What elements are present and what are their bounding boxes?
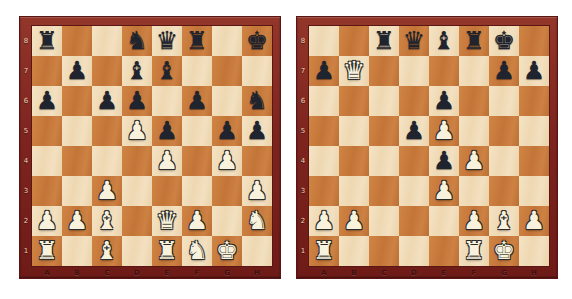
white-knight-f1: ♞ bbox=[182, 236, 212, 266]
black-king-h8: ♚ bbox=[242, 26, 272, 56]
square-c1: ♝ bbox=[92, 236, 122, 266]
black-pawn-d5: ♟ bbox=[399, 116, 429, 146]
square-d6: ♟ bbox=[122, 86, 152, 116]
left-board-file-labels: ABCDEFGH bbox=[32, 266, 272, 280]
square-b3 bbox=[339, 176, 369, 206]
square-c6 bbox=[369, 86, 399, 116]
file-label-a: A bbox=[32, 266, 62, 280]
square-h2: ♟ bbox=[519, 206, 549, 236]
square-f7 bbox=[459, 56, 489, 86]
square-b4 bbox=[62, 146, 92, 176]
square-a5 bbox=[32, 116, 62, 146]
chess-diagrams: 87654321 ♜♞♛♜♚♟♝♝♟♟♟♟♞♟♟♟♟♟♟♟♟♟♟♝♛♟♞♜♝♜♞… bbox=[0, 0, 572, 279]
square-c6: ♟ bbox=[92, 86, 122, 116]
square-h8: ♚ bbox=[242, 26, 272, 56]
square-h7: ♟ bbox=[519, 56, 549, 86]
rank-label-8: 8 bbox=[20, 26, 32, 56]
square-f4: ♟ bbox=[459, 146, 489, 176]
square-d5: ♟ bbox=[122, 116, 152, 146]
square-e7: ♝ bbox=[152, 56, 182, 86]
file-label-d: D bbox=[122, 266, 152, 280]
rank-label-7: 7 bbox=[20, 56, 32, 86]
square-a1: ♜ bbox=[32, 236, 62, 266]
square-h8 bbox=[519, 26, 549, 56]
white-pawn-g4: ♟ bbox=[212, 146, 242, 176]
square-c5 bbox=[369, 116, 399, 146]
square-b1 bbox=[62, 236, 92, 266]
square-a3 bbox=[309, 176, 339, 206]
square-f8: ♜ bbox=[459, 26, 489, 56]
black-king-g8: ♚ bbox=[489, 26, 519, 56]
black-pawn-e6: ♟ bbox=[429, 86, 459, 116]
square-f3 bbox=[182, 176, 212, 206]
square-c8 bbox=[92, 26, 122, 56]
square-b7: ♟ bbox=[62, 56, 92, 86]
square-g2 bbox=[212, 206, 242, 236]
right-board-grid: ♜♛♝♜♚♟♛♟♟♟♟♟♟♟♟♟♟♟♝♟♜♜♚ bbox=[309, 26, 549, 266]
square-g5 bbox=[489, 116, 519, 146]
square-h2: ♞ bbox=[242, 206, 272, 236]
square-b2: ♟ bbox=[339, 206, 369, 236]
white-knight-h2: ♞ bbox=[242, 206, 272, 236]
white-pawn-b2: ♟ bbox=[62, 206, 92, 236]
square-b6 bbox=[62, 86, 92, 116]
square-b4 bbox=[339, 146, 369, 176]
square-g4 bbox=[489, 146, 519, 176]
square-f8: ♜ bbox=[182, 26, 212, 56]
square-g7 bbox=[212, 56, 242, 86]
square-c5 bbox=[92, 116, 122, 146]
square-a7 bbox=[32, 56, 62, 86]
square-a4 bbox=[32, 146, 62, 176]
square-f6: ♟ bbox=[182, 86, 212, 116]
square-f1: ♞ bbox=[182, 236, 212, 266]
square-a1: ♜ bbox=[309, 236, 339, 266]
square-b8 bbox=[339, 26, 369, 56]
black-bishop-e8: ♝ bbox=[429, 26, 459, 56]
square-f4 bbox=[182, 146, 212, 176]
square-e5: ♟ bbox=[152, 116, 182, 146]
square-a5 bbox=[309, 116, 339, 146]
rank-label-1: 1 bbox=[20, 236, 32, 266]
black-rook-a8: ♜ bbox=[32, 26, 62, 56]
white-pawn-f2: ♟ bbox=[182, 206, 212, 236]
black-pawn-h7: ♟ bbox=[519, 56, 549, 86]
square-d3 bbox=[399, 176, 429, 206]
file-label-a: A bbox=[309, 266, 339, 280]
square-g4: ♟ bbox=[212, 146, 242, 176]
square-f2: ♟ bbox=[182, 206, 212, 236]
square-e6: ♟ bbox=[429, 86, 459, 116]
square-b7: ♛ bbox=[339, 56, 369, 86]
square-h1 bbox=[519, 236, 549, 266]
square-c3 bbox=[369, 176, 399, 206]
square-g6 bbox=[212, 86, 242, 116]
file-label-h: H bbox=[519, 266, 549, 280]
square-d7: ♝ bbox=[122, 56, 152, 86]
square-d5: ♟ bbox=[399, 116, 429, 146]
white-pawn-a2: ♟ bbox=[309, 206, 339, 236]
file-label-c: C bbox=[92, 266, 122, 280]
black-knight-d8: ♞ bbox=[122, 26, 152, 56]
white-pawn-h3: ♟ bbox=[242, 176, 272, 206]
white-queen-e2: ♛ bbox=[152, 206, 182, 236]
square-d2 bbox=[399, 206, 429, 236]
square-b5 bbox=[62, 116, 92, 146]
square-a8: ♜ bbox=[32, 26, 62, 56]
square-a8 bbox=[309, 26, 339, 56]
rank-label-5: 5 bbox=[297, 116, 309, 146]
square-g6 bbox=[489, 86, 519, 116]
square-h1 bbox=[242, 236, 272, 266]
white-rook-e1: ♜ bbox=[152, 236, 182, 266]
black-pawn-d6: ♟ bbox=[122, 86, 152, 116]
rank-label-3: 3 bbox=[297, 176, 309, 206]
square-e2: ♛ bbox=[152, 206, 182, 236]
square-f2: ♟ bbox=[459, 206, 489, 236]
square-a6: ♟ bbox=[32, 86, 62, 116]
square-f3 bbox=[459, 176, 489, 206]
square-b5 bbox=[339, 116, 369, 146]
black-queen-e8: ♛ bbox=[152, 26, 182, 56]
black-pawn-e5: ♟ bbox=[152, 116, 182, 146]
square-f1: ♜ bbox=[459, 236, 489, 266]
square-c1 bbox=[369, 236, 399, 266]
square-h3: ♟ bbox=[242, 176, 272, 206]
square-c4 bbox=[369, 146, 399, 176]
black-rook-f8: ♜ bbox=[182, 26, 212, 56]
white-bishop-c2: ♝ bbox=[92, 206, 122, 236]
white-queen-b7: ♛ bbox=[339, 56, 369, 86]
square-c7 bbox=[369, 56, 399, 86]
right-board: 87654321 ♜♛♝♜♚♟♛♟♟♟♟♟♟♟♟♟♟♟♝♟♜♜♚ ABCDEFG… bbox=[296, 16, 558, 279]
square-e1 bbox=[429, 236, 459, 266]
rank-label-2: 2 bbox=[20, 206, 32, 236]
rank-label-3: 3 bbox=[20, 176, 32, 206]
white-pawn-d5: ♟ bbox=[122, 116, 152, 146]
black-pawn-b7: ♟ bbox=[62, 56, 92, 86]
white-rook-f1: ♜ bbox=[459, 236, 489, 266]
square-g1: ♚ bbox=[489, 236, 519, 266]
white-pawn-f2: ♟ bbox=[459, 206, 489, 236]
square-e4: ♟ bbox=[152, 146, 182, 176]
square-d6 bbox=[399, 86, 429, 116]
rank-label-1: 1 bbox=[297, 236, 309, 266]
file-label-b: B bbox=[62, 266, 92, 280]
square-b2: ♟ bbox=[62, 206, 92, 236]
square-h4 bbox=[519, 146, 549, 176]
file-label-f: F bbox=[459, 266, 489, 280]
square-e7 bbox=[429, 56, 459, 86]
rank-label-6: 6 bbox=[20, 86, 32, 116]
file-label-e: E bbox=[152, 266, 182, 280]
square-g5: ♟ bbox=[212, 116, 242, 146]
left-board: 87654321 ♜♞♛♜♚♟♝♝♟♟♟♟♞♟♟♟♟♟♟♟♟♟♟♝♛♟♞♜♝♜♞… bbox=[19, 16, 281, 279]
square-d7 bbox=[399, 56, 429, 86]
black-pawn-a6: ♟ bbox=[32, 86, 62, 116]
rank-label-4: 4 bbox=[20, 146, 32, 176]
square-c3: ♟ bbox=[92, 176, 122, 206]
square-c8: ♜ bbox=[369, 26, 399, 56]
file-label-c: C bbox=[369, 266, 399, 280]
black-pawn-g7: ♟ bbox=[489, 56, 519, 86]
square-e8: ♛ bbox=[152, 26, 182, 56]
square-a7: ♟ bbox=[309, 56, 339, 86]
square-a2: ♟ bbox=[309, 206, 339, 236]
square-d8: ♞ bbox=[122, 26, 152, 56]
square-d4 bbox=[122, 146, 152, 176]
square-f6 bbox=[459, 86, 489, 116]
square-h6 bbox=[519, 86, 549, 116]
square-h5: ♟ bbox=[242, 116, 272, 146]
square-f5 bbox=[459, 116, 489, 146]
square-d3 bbox=[122, 176, 152, 206]
rank-label-8: 8 bbox=[297, 26, 309, 56]
square-b8 bbox=[62, 26, 92, 56]
rank-label-6: 6 bbox=[297, 86, 309, 116]
square-h6: ♞ bbox=[242, 86, 272, 116]
white-pawn-e4: ♟ bbox=[152, 146, 182, 176]
black-rook-f8: ♜ bbox=[459, 26, 489, 56]
square-h5 bbox=[519, 116, 549, 146]
black-queen-d8: ♛ bbox=[399, 26, 429, 56]
square-g1: ♚ bbox=[212, 236, 242, 266]
white-pawn-a2: ♟ bbox=[32, 206, 62, 236]
white-pawn-f4: ♟ bbox=[459, 146, 489, 176]
square-e3: ♟ bbox=[429, 176, 459, 206]
rank-label-2: 2 bbox=[297, 206, 309, 236]
square-h3 bbox=[519, 176, 549, 206]
right-board-rank-labels: 87654321 bbox=[297, 26, 309, 266]
white-king-g1: ♚ bbox=[489, 236, 519, 266]
square-h4 bbox=[242, 146, 272, 176]
square-g3 bbox=[489, 176, 519, 206]
white-pawn-c3: ♟ bbox=[92, 176, 122, 206]
square-e5: ♟ bbox=[429, 116, 459, 146]
square-e8: ♝ bbox=[429, 26, 459, 56]
square-d8: ♛ bbox=[399, 26, 429, 56]
square-g2: ♝ bbox=[489, 206, 519, 236]
square-c2: ♝ bbox=[92, 206, 122, 236]
square-g8: ♚ bbox=[489, 26, 519, 56]
black-pawn-h5: ♟ bbox=[242, 116, 272, 146]
black-bishop-d7: ♝ bbox=[122, 56, 152, 86]
square-b6 bbox=[339, 86, 369, 116]
right-board-file-labels: ABCDEFGH bbox=[309, 266, 549, 280]
square-d4 bbox=[399, 146, 429, 176]
square-a6 bbox=[309, 86, 339, 116]
square-h7 bbox=[242, 56, 272, 86]
square-a3 bbox=[32, 176, 62, 206]
white-bishop-c1: ♝ bbox=[92, 236, 122, 266]
file-label-g: G bbox=[212, 266, 242, 280]
square-c2 bbox=[369, 206, 399, 236]
square-c7 bbox=[92, 56, 122, 86]
white-rook-a1: ♜ bbox=[309, 236, 339, 266]
square-f5 bbox=[182, 116, 212, 146]
black-pawn-a7: ♟ bbox=[309, 56, 339, 86]
square-c4 bbox=[92, 146, 122, 176]
black-rook-c8: ♜ bbox=[369, 26, 399, 56]
square-g8 bbox=[212, 26, 242, 56]
square-b1 bbox=[339, 236, 369, 266]
left-board-grid: ♜♞♛♜♚♟♝♝♟♟♟♟♞♟♟♟♟♟♟♟♟♟♟♝♛♟♞♜♝♜♞♚ bbox=[32, 26, 272, 266]
white-pawn-h2: ♟ bbox=[519, 206, 549, 236]
file-label-b: B bbox=[339, 266, 369, 280]
rank-label-5: 5 bbox=[20, 116, 32, 146]
square-a2: ♟ bbox=[32, 206, 62, 236]
left-board-rank-labels: 87654321 bbox=[20, 26, 32, 266]
square-e3 bbox=[152, 176, 182, 206]
square-e4: ♟ bbox=[429, 146, 459, 176]
white-pawn-e5: ♟ bbox=[429, 116, 459, 146]
file-label-h: H bbox=[242, 266, 272, 280]
white-rook-a1: ♜ bbox=[32, 236, 62, 266]
file-label-g: G bbox=[489, 266, 519, 280]
square-d1 bbox=[399, 236, 429, 266]
square-g3 bbox=[212, 176, 242, 206]
black-pawn-e4: ♟ bbox=[429, 146, 459, 176]
black-pawn-g5: ♟ bbox=[212, 116, 242, 146]
white-pawn-e3: ♟ bbox=[429, 176, 459, 206]
rank-label-4: 4 bbox=[297, 146, 309, 176]
square-f7 bbox=[182, 56, 212, 86]
black-pawn-f6: ♟ bbox=[182, 86, 212, 116]
square-d2 bbox=[122, 206, 152, 236]
square-e2 bbox=[429, 206, 459, 236]
square-g7: ♟ bbox=[489, 56, 519, 86]
white-king-g1: ♚ bbox=[212, 236, 242, 266]
square-a4 bbox=[309, 146, 339, 176]
black-knight-h6: ♞ bbox=[242, 86, 272, 116]
white-pawn-b2: ♟ bbox=[339, 206, 369, 236]
square-e6 bbox=[152, 86, 182, 116]
file-label-e: E bbox=[429, 266, 459, 280]
file-label-d: D bbox=[399, 266, 429, 280]
square-d1 bbox=[122, 236, 152, 266]
square-b3 bbox=[62, 176, 92, 206]
black-bishop-e7: ♝ bbox=[152, 56, 182, 86]
black-pawn-c6: ♟ bbox=[92, 86, 122, 116]
white-bishop-g2: ♝ bbox=[489, 206, 519, 236]
rank-label-7: 7 bbox=[297, 56, 309, 86]
square-e1: ♜ bbox=[152, 236, 182, 266]
file-label-f: F bbox=[182, 266, 212, 280]
